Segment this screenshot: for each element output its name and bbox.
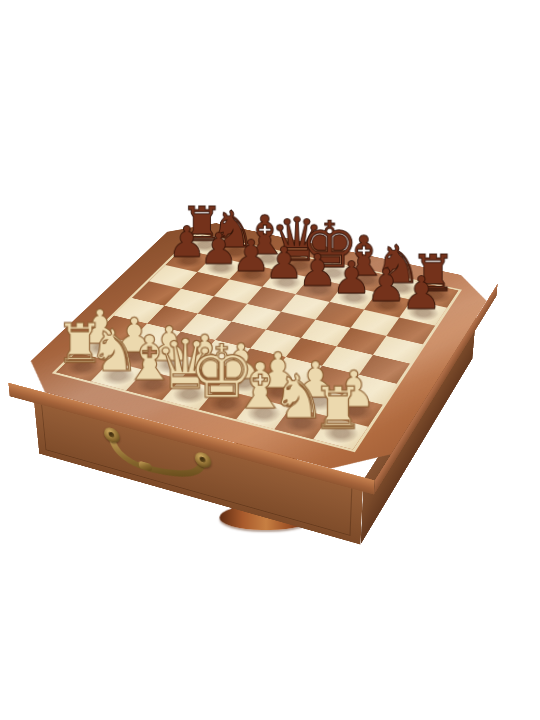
- piece-black-pawn[interactable]: ♟: [390, 270, 453, 315]
- chess-table: ♜♞♝♛♚♝♞♜♟♟♟♟♟♟♟♟♟♟♟♟♟♟♟♟♜♞♝♛♚♝♞♜: [8, 216, 498, 480]
- chess-table-photo: ♜♞♝♛♚♝♞♜♟♟♟♟♟♟♟♟♟♟♟♟♟♟♟♟♜♞♝♛♚♝♞♜: [0, 0, 540, 720]
- piece-white-rook[interactable]: ♜: [302, 379, 373, 437]
